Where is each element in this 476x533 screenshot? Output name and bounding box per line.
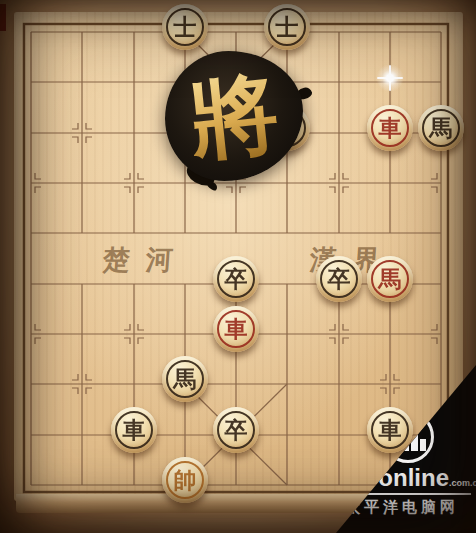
piece-red-chariot[interactable]: 車	[367, 105, 413, 151]
piece-red-chariot[interactable]: 車	[213, 306, 259, 352]
watermark-name: 太平洋电脑网	[345, 498, 471, 517]
left-edge-accent	[0, 4, 6, 31]
watermark-domain: .com.cn	[449, 478, 476, 488]
check-banner-text: 將	[186, 68, 283, 165]
piece-black-chariot[interactable]: 車	[111, 407, 157, 453]
piece-black-soldier[interactable]: 卒	[213, 407, 259, 453]
piece-black-advisor[interactable]: 士	[162, 4, 208, 50]
piece-black-horse[interactable]: 馬	[162, 356, 208, 402]
piece-black-advisor[interactable]: 士	[264, 4, 310, 50]
piece-red-general[interactable]: 帥	[162, 457, 208, 503]
piece-red-horse[interactable]: 馬	[367, 256, 413, 302]
piece-black-chariot[interactable]: 車	[367, 407, 413, 453]
piece-black-soldier[interactable]: 卒	[316, 256, 362, 302]
check-banner: 將	[165, 51, 303, 181]
piece-black-horse[interactable]: 馬	[418, 105, 464, 151]
xiangqi-game-screen: 楚河 漢界 士士将車馬卒卒馬車馬車卒車帥 將 PConline.com.cn 太…	[0, 0, 476, 533]
piece-black-soldier[interactable]: 卒	[213, 256, 259, 302]
river-label-chu: 楚河	[102, 242, 191, 278]
